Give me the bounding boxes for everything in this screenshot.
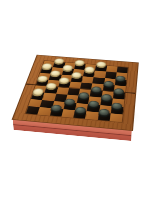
square-h4[interactable] bbox=[113, 92, 125, 100]
square-e7[interactable] bbox=[83, 70, 95, 77]
square-h1[interactable] bbox=[109, 113, 122, 122]
square-h6[interactable] bbox=[115, 79, 127, 86]
checkers-board bbox=[13, 55, 138, 130]
square-g1[interactable] bbox=[97, 112, 110, 121]
board-top-surface bbox=[13, 55, 138, 130]
square-a1[interactable] bbox=[26, 106, 40, 114]
square-b4[interactable] bbox=[45, 86, 58, 94]
square-g3[interactable] bbox=[100, 98, 113, 106]
square-b1[interactable] bbox=[38, 107, 52, 116]
square-e6[interactable] bbox=[82, 76, 94, 83]
square-a3[interactable] bbox=[31, 92, 45, 100]
square-d1[interactable] bbox=[61, 109, 75, 118]
board-scene bbox=[25, 34, 135, 144]
square-e1[interactable] bbox=[73, 110, 87, 119]
square-d6[interactable] bbox=[71, 75, 83, 82]
photo-background bbox=[0, 0, 160, 200]
square-h2[interactable] bbox=[111, 106, 124, 114]
square-g5[interactable] bbox=[102, 84, 114, 92]
square-f8[interactable] bbox=[95, 65, 107, 72]
